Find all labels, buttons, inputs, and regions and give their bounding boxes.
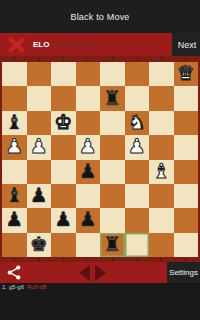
settings-button-label: Settings	[169, 268, 198, 277]
white-bishop-piece: ♝	[152, 161, 170, 181]
square-b2[interactable]	[149, 86, 174, 110]
elo-label: ELO	[33, 40, 49, 49]
square-a3[interactable]	[174, 111, 199, 135]
black-pawn-piece: ♟	[54, 209, 72, 229]
white-pawn-piece: ♟	[79, 136, 97, 156]
square-f7[interactable]: ♟	[51, 208, 76, 232]
side-to-move-title: Black to Move	[70, 12, 129, 22]
square-c7[interactable]	[125, 208, 150, 232]
square-e5[interactable]: ♟	[76, 160, 101, 184]
square-b5[interactable]: ♝	[149, 160, 174, 184]
square-h5[interactable]	[2, 160, 27, 184]
black-pawn-piece: ♟	[79, 209, 97, 229]
square-h3[interactable]: ♝	[2, 111, 27, 135]
top-bar: Black to Move	[0, 0, 200, 33]
square-g2[interactable]	[27, 86, 52, 110]
square-h2[interactable]	[2, 86, 27, 110]
square-a2[interactable]	[174, 86, 199, 110]
square-a6[interactable]	[174, 184, 199, 208]
square-g5[interactable]	[27, 160, 52, 184]
square-d2[interactable]: ♜	[100, 86, 125, 110]
square-f1[interactable]	[51, 62, 76, 86]
square-c5[interactable]	[125, 160, 150, 184]
black-pawn-piece: ♟	[5, 209, 23, 229]
square-f3[interactable]: ♚	[51, 111, 76, 135]
square-g1[interactable]	[27, 62, 52, 86]
board-grid: ♛♜♝♚♞♟♟♟♟♟♝♝♟♟♟♟♚♜	[2, 62, 198, 257]
black-bishop-piece: ♝	[5, 185, 23, 205]
square-a8[interactable]	[174, 233, 199, 257]
square-e1[interactable]	[76, 62, 101, 86]
square-h6[interactable]: ♝	[2, 184, 27, 208]
square-a5[interactable]	[174, 160, 199, 184]
result-bar: ELO 1,604 (-21) Next	[0, 33, 200, 56]
square-b6[interactable]	[149, 184, 174, 208]
elo-value: 1,604 (-21)	[53, 40, 92, 49]
square-g7[interactable]	[27, 208, 52, 232]
failed-x-icon	[7, 37, 26, 53]
square-c3[interactable]: ♞	[125, 111, 150, 135]
square-c1[interactable]	[125, 62, 150, 86]
square-e3[interactable]	[76, 111, 101, 135]
square-c6[interactable]	[125, 184, 150, 208]
move-white: 1. g5-g6	[2, 284, 24, 290]
black-rook-piece: ♜	[103, 234, 121, 254]
prev-move-icon[interactable]	[79, 265, 90, 281]
square-a4[interactable]	[174, 135, 199, 159]
square-d3[interactable]	[100, 111, 125, 135]
square-b1[interactable]	[149, 62, 174, 86]
share-icon[interactable]	[5, 264, 23, 281]
white-pawn-piece: ♟	[30, 136, 48, 156]
bottom-toolbar: Settings	[0, 262, 200, 283]
square-b8[interactable]	[149, 233, 174, 257]
square-g4[interactable]: ♟	[27, 135, 52, 159]
square-c8[interactable]	[125, 233, 150, 257]
square-f8[interactable]	[51, 233, 76, 257]
square-g6[interactable]: ♟	[27, 184, 52, 208]
white-queen-piece: ♛	[177, 63, 195, 83]
black-pawn-piece: ♟	[79, 161, 97, 181]
square-h4[interactable]: ♟	[2, 135, 27, 159]
app-screen: Black to Move ELO 1,604 (-21) Next hgfed…	[0, 0, 200, 320]
black-rook-piece: ♜	[103, 88, 121, 108]
square-d8[interactable]: ♜	[100, 233, 125, 257]
black-bishop-piece: ♝	[5, 112, 23, 132]
square-e7[interactable]: ♟	[76, 208, 101, 232]
white-pawn-piece: ♟	[128, 136, 146, 156]
move-nav-group	[68, 262, 116, 283]
square-d6[interactable]	[100, 184, 125, 208]
square-e2[interactable]	[76, 86, 101, 110]
move-list-area: 1. g5-g6Rc8-d8	[0, 283, 200, 320]
square-f6[interactable]	[51, 184, 76, 208]
square-b4[interactable]	[149, 135, 174, 159]
move-list: 1. g5-g6Rc8-d8	[2, 284, 46, 291]
black-king-piece: ♚	[30, 234, 48, 254]
square-d4[interactable]	[100, 135, 125, 159]
white-pawn-piece: ♟	[5, 136, 23, 156]
chess-board: hgfedcba 12345678 ♛♜♝♚♞♟♟♟♟♟♝♝♟♟♟♟♚♜ hgf…	[0, 56, 200, 262]
square-c4[interactable]: ♟	[125, 135, 150, 159]
square-c2[interactable]	[125, 86, 150, 110]
next-button-label: Next	[178, 40, 197, 50]
white-king-piece: ♚	[54, 112, 72, 132]
square-b7[interactable]	[149, 208, 174, 232]
square-g8[interactable]: ♚	[27, 233, 52, 257]
square-b3[interactable]	[149, 111, 174, 135]
square-a1[interactable]: ♛	[174, 62, 199, 86]
square-e6[interactable]	[76, 184, 101, 208]
move-black-wrong: Rc8-d8	[27, 284, 46, 290]
square-d5[interactable]	[100, 160, 125, 184]
white-knight-piece: ♞	[128, 112, 146, 132]
next-move-icon[interactable]	[95, 265, 106, 281]
square-d7[interactable]	[100, 208, 125, 232]
square-e8[interactable]	[76, 233, 101, 257]
next-button[interactable]: Next	[172, 33, 200, 56]
square-e4[interactable]: ♟	[76, 135, 101, 159]
settings-button[interactable]: Settings	[167, 262, 200, 283]
square-d1[interactable]	[100, 62, 125, 86]
square-f2[interactable]	[51, 86, 76, 110]
square-g3[interactable]	[27, 111, 52, 135]
square-h7[interactable]: ♟	[2, 208, 27, 232]
black-pawn-piece: ♟	[30, 185, 48, 205]
square-f5[interactable]	[51, 160, 76, 184]
square-h8[interactable]	[2, 233, 27, 257]
square-f4[interactable]	[51, 135, 76, 159]
square-h1[interactable]	[2, 62, 27, 86]
square-a7[interactable]	[174, 208, 199, 232]
